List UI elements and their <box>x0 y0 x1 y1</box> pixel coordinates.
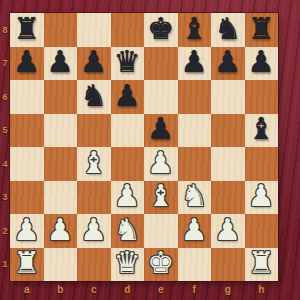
piece-black-king[interactable]: ♚ <box>147 14 174 44</box>
piece-white-king[interactable]: ♚ <box>147 248 174 278</box>
rank-label-6: 6 <box>0 80 10 114</box>
square-g5[interactable] <box>211 114 245 148</box>
square-a2[interactable]: ♟ <box>10 214 44 248</box>
file-label-h: h <box>245 281 279 298</box>
square-a8[interactable]: ♜ <box>10 13 44 47</box>
square-g3[interactable] <box>211 181 245 215</box>
square-a6[interactable] <box>10 80 44 114</box>
piece-black-pawn[interactable]: ♟ <box>147 114 174 144</box>
piece-white-knight[interactable]: ♞ <box>181 181 208 211</box>
rank-label-8: 8 <box>0 13 10 47</box>
square-f4[interactable] <box>178 147 212 181</box>
square-g1[interactable] <box>211 248 245 282</box>
square-a7[interactable]: ♟ <box>10 47 44 81</box>
piece-white-queen[interactable]: ♛ <box>114 248 141 278</box>
piece-white-pawn[interactable]: ♟ <box>147 148 174 178</box>
square-h8[interactable]: ♜ <box>245 13 279 47</box>
square-h3[interactable]: ♟ <box>245 181 279 215</box>
square-f8[interactable]: ♝ <box>178 13 212 47</box>
square-f6[interactable] <box>178 80 212 114</box>
square-f2[interactable]: ♟ <box>178 214 212 248</box>
square-g4[interactable] <box>211 147 245 181</box>
piece-black-bishop[interactable]: ♝ <box>248 114 275 144</box>
board-frame: 87654321 ♜♚♝♞♜♟♟♟♛♟♟♟♞♟♟♝♝♟♟♝♞♟♟♟♟♞♟♟♜♛♚… <box>0 0 300 300</box>
file-labels: abcdefgh <box>10 281 278 298</box>
square-b2[interactable]: ♟ <box>44 214 78 248</box>
square-a5[interactable] <box>10 114 44 148</box>
piece-black-knight[interactable]: ♞ <box>214 14 241 44</box>
square-e4[interactable]: ♟ <box>144 147 178 181</box>
square-d5[interactable] <box>111 114 145 148</box>
piece-white-bishop[interactable]: ♝ <box>80 148 107 178</box>
file-label-c: c <box>77 281 111 298</box>
piece-black-pawn[interactable]: ♟ <box>80 47 107 77</box>
square-a1[interactable]: ♜ <box>10 248 44 282</box>
square-d4[interactable] <box>111 147 145 181</box>
square-b8[interactable] <box>44 13 78 47</box>
square-c4[interactable]: ♝ <box>77 147 111 181</box>
piece-white-pawn[interactable]: ♟ <box>248 181 275 211</box>
file-label-a: a <box>10 281 44 298</box>
square-c8[interactable] <box>77 13 111 47</box>
square-h4[interactable] <box>245 147 279 181</box>
piece-white-bishop[interactable]: ♝ <box>147 181 174 211</box>
piece-black-bishop[interactable]: ♝ <box>181 14 208 44</box>
square-e8[interactable]: ♚ <box>144 13 178 47</box>
rank-label-7: 7 <box>0 47 10 81</box>
square-g7[interactable]: ♟ <box>211 47 245 81</box>
square-e7[interactable] <box>144 47 178 81</box>
piece-white-rook[interactable]: ♜ <box>248 248 275 278</box>
rank-label-5: 5 <box>0 114 10 148</box>
rank-label-2: 2 <box>0 214 10 248</box>
square-b6[interactable] <box>44 80 78 114</box>
square-b5[interactable] <box>44 114 78 148</box>
square-e2[interactable] <box>144 214 178 248</box>
square-c1[interactable] <box>77 248 111 282</box>
square-e1[interactable]: ♚ <box>144 248 178 282</box>
square-g2[interactable]: ♟ <box>211 214 245 248</box>
piece-black-rook[interactable]: ♜ <box>248 14 275 44</box>
square-e3[interactable]: ♝ <box>144 181 178 215</box>
square-f7[interactable]: ♟ <box>178 47 212 81</box>
square-b3[interactable] <box>44 181 78 215</box>
rank-labels: 87654321 <box>0 13 10 281</box>
square-d6[interactable]: ♟ <box>111 80 145 114</box>
square-d8[interactable] <box>111 13 145 47</box>
square-d3[interactable]: ♟ <box>111 181 145 215</box>
square-a4[interactable] <box>10 147 44 181</box>
square-g6[interactable] <box>211 80 245 114</box>
square-b1[interactable] <box>44 248 78 282</box>
piece-black-knight[interactable]: ♞ <box>80 81 107 111</box>
piece-black-pawn[interactable]: ♟ <box>47 47 74 77</box>
square-d7[interactable]: ♛ <box>111 47 145 81</box>
file-label-g: g <box>211 281 245 298</box>
piece-white-pawn[interactable]: ♟ <box>80 215 107 245</box>
file-label-f: f <box>178 281 212 298</box>
file-label-e: e <box>144 281 178 298</box>
rank-label-1: 1 <box>0 248 10 282</box>
chess-board: ♜♚♝♞♜♟♟♟♛♟♟♟♞♟♟♝♝♟♟♝♞♟♟♟♟♞♟♟♜♛♚♜ <box>10 13 278 281</box>
rank-label-3: 3 <box>0 181 10 215</box>
piece-black-pawn[interactable]: ♟ <box>114 81 141 111</box>
square-h5[interactable]: ♝ <box>245 114 279 148</box>
square-h1[interactable]: ♜ <box>245 248 279 282</box>
square-f5[interactable] <box>178 114 212 148</box>
piece-black-rook[interactable]: ♜ <box>13 14 40 44</box>
square-b4[interactable] <box>44 147 78 181</box>
square-g8[interactable]: ♞ <box>211 13 245 47</box>
piece-white-pawn[interactable]: ♟ <box>214 215 241 245</box>
file-label-d: d <box>111 281 145 298</box>
piece-black-pawn[interactable]: ♟ <box>248 47 275 77</box>
piece-black-pawn[interactable]: ♟ <box>13 47 40 77</box>
square-c5[interactable] <box>77 114 111 148</box>
square-h2[interactable] <box>245 214 279 248</box>
square-e6[interactable] <box>144 80 178 114</box>
square-c6[interactable]: ♞ <box>77 80 111 114</box>
square-e5[interactable]: ♟ <box>144 114 178 148</box>
square-d2[interactable]: ♞ <box>111 214 145 248</box>
piece-white-knight[interactable]: ♞ <box>114 215 141 245</box>
piece-white-pawn[interactable]: ♟ <box>181 215 208 245</box>
square-b7[interactable]: ♟ <box>44 47 78 81</box>
square-c3[interactable] <box>77 181 111 215</box>
rank-label-4: 4 <box>0 147 10 181</box>
piece-white-pawn[interactable]: ♟ <box>13 215 40 245</box>
piece-black-pawn[interactable]: ♟ <box>181 47 208 77</box>
square-h6[interactable] <box>245 80 279 114</box>
square-f3[interactable]: ♞ <box>178 181 212 215</box>
piece-black-pawn[interactable]: ♟ <box>214 47 241 77</box>
square-a3[interactable] <box>10 181 44 215</box>
file-label-b: b <box>44 281 78 298</box>
square-c7[interactable]: ♟ <box>77 47 111 81</box>
piece-white-rook[interactable]: ♜ <box>13 248 40 278</box>
piece-black-queen[interactable]: ♛ <box>114 47 141 77</box>
square-f1[interactable] <box>178 248 212 282</box>
square-h7[interactable]: ♟ <box>245 47 279 81</box>
piece-white-pawn[interactable]: ♟ <box>47 215 74 245</box>
piece-white-pawn[interactable]: ♟ <box>114 181 141 211</box>
square-c2[interactable]: ♟ <box>77 214 111 248</box>
square-d1[interactable]: ♛ <box>111 248 145 282</box>
